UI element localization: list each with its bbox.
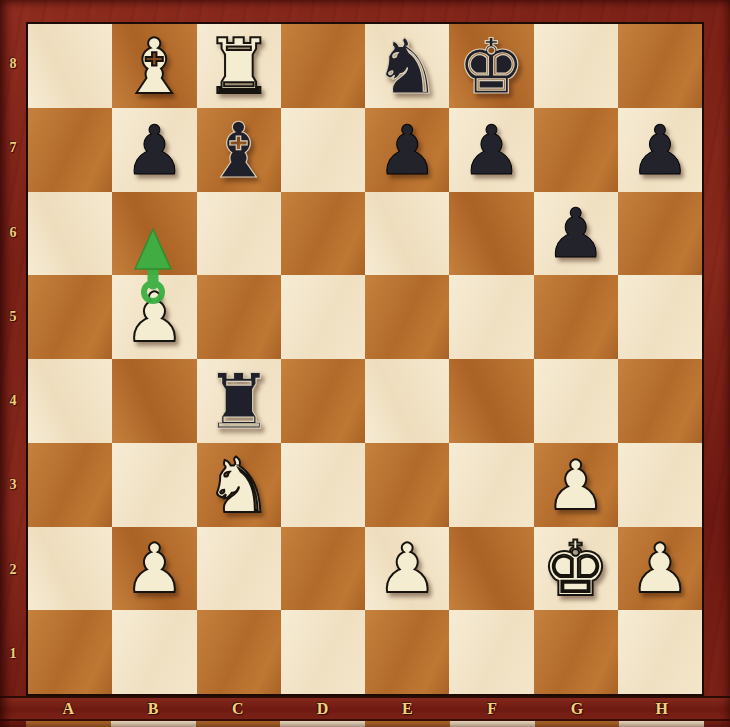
- file-label-c: C: [196, 696, 281, 721]
- square-d5[interactable]: [281, 275, 365, 359]
- square-a7[interactable]: [28, 108, 112, 192]
- square-b7[interactable]: ♟: [112, 108, 196, 192]
- file-labels: ABCDEFGH: [26, 696, 704, 721]
- piece-white-knight[interactable]: ♞: [205, 448, 273, 524]
- square-h3[interactable]: [618, 443, 702, 527]
- square-c3[interactable]: ♞: [197, 443, 281, 527]
- board-edge-sliver: [26, 721, 704, 727]
- square-h8[interactable]: [618, 24, 702, 108]
- square-b1[interactable]: [112, 610, 196, 694]
- piece-white-king[interactable]: ♚: [542, 531, 610, 607]
- board-frame: 87654321 ♝♜♞♚♟♝♟♟♟♟♟♜♞♟♟♟♚♟ ABCDEFGH: [0, 0, 730, 727]
- file-label-a: A: [26, 696, 111, 721]
- square-g8[interactable]: [534, 24, 618, 108]
- file-label-f: F: [450, 696, 535, 721]
- piece-black-pawn[interactable]: ♟: [545, 200, 606, 268]
- square-b5[interactable]: ♟: [112, 275, 196, 359]
- square-a4[interactable]: [28, 359, 112, 443]
- square-g2[interactable]: ♚: [534, 527, 618, 611]
- file-label-h: H: [619, 696, 704, 721]
- square-g3[interactable]: ♟: [534, 443, 618, 527]
- piece-black-knight[interactable]: ♞: [373, 29, 441, 105]
- rank-label-8: 8: [0, 22, 26, 106]
- file-label-b: B: [111, 696, 196, 721]
- square-c5[interactable]: [197, 275, 281, 359]
- square-e1[interactable]: [365, 610, 449, 694]
- sliver-cell: [450, 721, 535, 727]
- square-a2[interactable]: [28, 527, 112, 611]
- square-g5[interactable]: [534, 275, 618, 359]
- square-f3[interactable]: [449, 443, 533, 527]
- sliver-cell: [111, 721, 196, 727]
- piece-white-pawn[interactable]: ♟: [124, 284, 185, 352]
- piece-white-pawn[interactable]: ♟: [545, 452, 606, 520]
- square-b6[interactable]: [112, 192, 196, 276]
- sliver-cell: [365, 721, 450, 727]
- chess-board[interactable]: ♝♜♞♚♟♝♟♟♟♟♟♜♞♟♟♟♚♟: [26, 22, 704, 696]
- piece-black-pawn[interactable]: ♟: [629, 117, 690, 185]
- square-f4[interactable]: [449, 359, 533, 443]
- square-e2[interactable]: ♟: [365, 527, 449, 611]
- square-f6[interactable]: [449, 192, 533, 276]
- square-h7[interactable]: ♟: [618, 108, 702, 192]
- square-e3[interactable]: [365, 443, 449, 527]
- square-g1[interactable]: [534, 610, 618, 694]
- rank-labels: 87654321: [0, 22, 26, 696]
- piece-black-king[interactable]: ♚: [457, 29, 525, 105]
- square-g4[interactable]: [534, 359, 618, 443]
- square-f1[interactable]: [449, 610, 533, 694]
- square-h6[interactable]: [618, 192, 702, 276]
- piece-black-bishop[interactable]: ♝: [205, 113, 273, 189]
- piece-black-pawn[interactable]: ♟: [461, 117, 522, 185]
- square-h4[interactable]: [618, 359, 702, 443]
- file-label-e: E: [365, 696, 450, 721]
- square-a1[interactable]: [28, 610, 112, 694]
- square-b8[interactable]: ♝: [112, 24, 196, 108]
- piece-white-pawn[interactable]: ♟: [629, 535, 690, 603]
- piece-black-pawn[interactable]: ♟: [377, 117, 438, 185]
- rank-label-7: 7: [0, 106, 26, 190]
- square-e6[interactable]: [365, 192, 449, 276]
- square-d7[interactable]: [281, 108, 365, 192]
- square-b3[interactable]: [112, 443, 196, 527]
- square-e5[interactable]: [365, 275, 449, 359]
- square-g7[interactable]: [534, 108, 618, 192]
- square-c6[interactable]: [197, 192, 281, 276]
- square-f5[interactable]: [449, 275, 533, 359]
- square-g6[interactable]: ♟: [534, 192, 618, 276]
- rank-label-1: 1: [0, 612, 26, 696]
- square-d8[interactable]: [281, 24, 365, 108]
- square-h2[interactable]: ♟: [618, 527, 702, 611]
- sliver-cell: [535, 721, 620, 727]
- file-label-d: D: [280, 696, 365, 721]
- piece-black-rook[interactable]: ♜: [205, 364, 273, 440]
- sliver-cell: [196, 721, 281, 727]
- square-e7[interactable]: ♟: [365, 108, 449, 192]
- square-h5[interactable]: [618, 275, 702, 359]
- piece-white-bishop[interactable]: ♝: [120, 29, 188, 105]
- square-f8[interactable]: ♚: [449, 24, 533, 108]
- square-c7[interactable]: ♝: [197, 108, 281, 192]
- piece-white-rook[interactable]: ♜: [205, 29, 273, 105]
- square-a8[interactable]: [28, 24, 112, 108]
- square-d2[interactable]: [281, 527, 365, 611]
- square-f2[interactable]: [449, 527, 533, 611]
- square-b4[interactable]: [112, 359, 196, 443]
- sliver-cell: [26, 721, 111, 727]
- rank-label-2: 2: [0, 528, 26, 612]
- square-d1[interactable]: [281, 610, 365, 694]
- sliver-cell: [619, 721, 704, 727]
- piece-black-pawn[interactable]: ♟: [124, 117, 185, 185]
- square-c4[interactable]: ♜: [197, 359, 281, 443]
- square-e4[interactable]: [365, 359, 449, 443]
- file-label-g: G: [535, 696, 620, 721]
- square-a6[interactable]: [28, 192, 112, 276]
- square-f7[interactable]: ♟: [449, 108, 533, 192]
- square-c1[interactable]: [197, 610, 281, 694]
- square-d6[interactable]: [281, 192, 365, 276]
- square-d3[interactable]: [281, 443, 365, 527]
- piece-white-pawn[interactable]: ♟: [124, 535, 185, 603]
- square-c2[interactable]: [197, 527, 281, 611]
- square-d4[interactable]: [281, 359, 365, 443]
- square-e8[interactable]: ♞: [365, 24, 449, 108]
- rank-label-4: 4: [0, 359, 26, 443]
- square-a3[interactable]: [28, 443, 112, 527]
- rank-label-3: 3: [0, 443, 26, 527]
- sliver-cell: [280, 721, 365, 727]
- square-h1[interactable]: [618, 610, 702, 694]
- rank-label-5: 5: [0, 275, 26, 359]
- square-a5[interactable]: [28, 275, 112, 359]
- rank-label-6: 6: [0, 191, 26, 275]
- square-b2[interactable]: ♟: [112, 527, 196, 611]
- piece-white-pawn[interactable]: ♟: [377, 535, 438, 603]
- square-c8[interactable]: ♜: [197, 24, 281, 108]
